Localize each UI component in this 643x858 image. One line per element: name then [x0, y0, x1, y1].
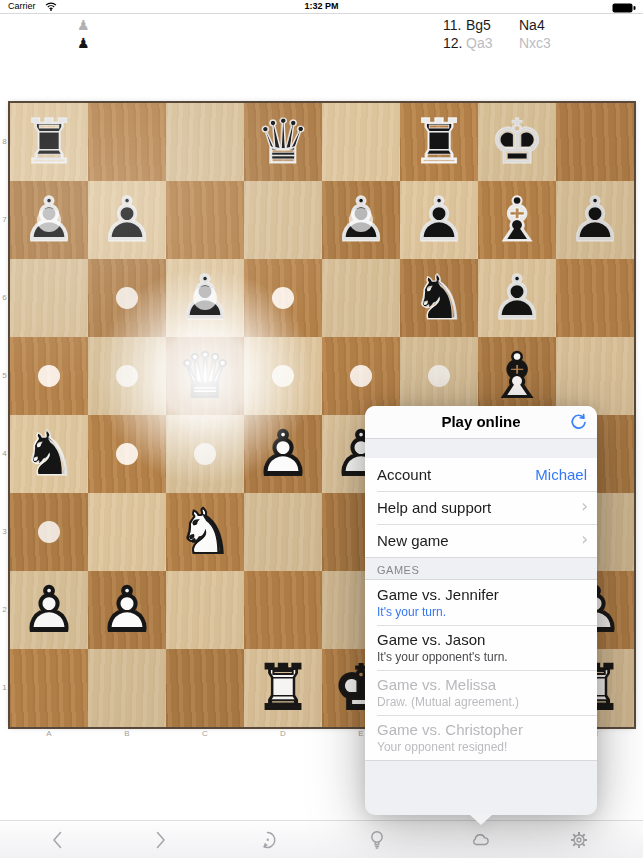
game-status: It's your turn. [377, 605, 446, 619]
rank-label-2: 2 [0, 605, 9, 614]
forward-button[interactable] [149, 829, 171, 851]
rank-label-1: 1 [0, 683, 9, 692]
square-d5[interactable] [244, 337, 322, 415]
legal-move-dot[interactable] [38, 521, 60, 543]
game-status: Your opponent resigned! [377, 740, 507, 754]
legal-move-dot[interactable] [116, 443, 138, 465]
move-row[interactable]: ♟12.Qa3Nxc3 [0, 35, 643, 52]
move-row[interactable]: ♟11.Bg5Na4 [0, 17, 643, 34]
hint-lightbulb-icon[interactable] [366, 829, 388, 851]
white-knight-c3[interactable]: ♞♘ [166, 493, 244, 571]
square-b8[interactable] [88, 103, 166, 181]
white-queen-c5[interactable]: ♛♕ [166, 337, 244, 415]
square-b6[interactable] [88, 259, 166, 337]
square-h6[interactable] [556, 259, 634, 337]
game-status: It's your opponent's turn. [377, 650, 508, 664]
square-d6[interactable] [244, 259, 322, 337]
legal-move-dot[interactable] [272, 365, 294, 387]
black-move: Nxc3 [519, 35, 551, 52]
black-pawn-b7[interactable]: ♟♙ [88, 181, 166, 259]
legal-move-dot[interactable] [428, 365, 450, 387]
black-pawn-g6[interactable]: ♟♙ [478, 259, 556, 337]
capture-target-dot[interactable] [37, 208, 61, 232]
menu-item-label: Account [377, 458, 431, 491]
move-number: 11. [443, 17, 461, 34]
legal-move-dot[interactable] [272, 287, 294, 309]
rank-label-5: 5 [0, 371, 9, 380]
chess-app-screen: { "status_bar": {"carrier": "Carrier", "… [0, 0, 643, 858]
popover-title: Play online [365, 406, 597, 438]
rank-label-7: 7 [0, 215, 9, 224]
move-list: ♟11.Bg5Na4♟12.Qa3Nxc3 [0, 14, 643, 102]
account-value[interactable]: Michael [535, 458, 587, 491]
square-h8[interactable] [556, 103, 634, 181]
popover-arrow [469, 814, 493, 825]
square-a1[interactable] [10, 649, 88, 727]
square-c8[interactable] [166, 103, 244, 181]
square-f6[interactable]: ♞♘ [400, 259, 478, 337]
white-pawn-b2[interactable]: ♟♙ [88, 571, 166, 649]
square-f7[interactable]: ♟♙ [400, 181, 478, 259]
white-pawn-d4[interactable]: ♟♙ [244, 415, 322, 493]
file-label-B: B [88, 729, 166, 738]
capture-target-dot[interactable] [349, 208, 373, 232]
black-pawn-h7[interactable]: ♟♙ [556, 181, 634, 259]
legal-move-dot[interactable] [38, 365, 60, 387]
square-b2[interactable]: ♟♙ [88, 571, 166, 649]
square-d4[interactable]: ♟♙ [244, 415, 322, 493]
popover-gap [365, 439, 597, 458]
game-status: Draw. (Mutual agreement.) [377, 695, 519, 709]
clock: 1:32 PM [0, 1, 643, 11]
square-b1[interactable] [88, 649, 166, 727]
battery-icon [612, 3, 636, 13]
file-label-C: C [166, 729, 244, 738]
black-knight-a4[interactable]: ♞♘ [10, 415, 88, 493]
square-a4[interactable]: ♞♘ [10, 415, 88, 493]
black-rook-a8[interactable]: ♜♖ [10, 103, 88, 181]
rank-label-8: 8 [0, 137, 9, 146]
game-title: Game vs. Melissa [377, 676, 496, 693]
white-pawn-a2[interactable]: ♟♙ [10, 571, 88, 649]
square-a7[interactable]: ♟♙ [10, 181, 88, 259]
square-c4[interactable] [166, 415, 244, 493]
captured-pawn-black-icon: ♟ [77, 35, 90, 52]
menu-item-new-game[interactable]: New game› [365, 524, 597, 557]
square-d8[interactable]: ♛♕ [244, 103, 322, 181]
square-b5[interactable] [88, 337, 166, 415]
square-f5[interactable] [400, 337, 478, 415]
black-knight-f6[interactable]: ♞♘ [400, 259, 478, 337]
game-row-game-vs-melissa[interactable]: Game vs. MelissaDraw. (Mutual agreement.… [365, 670, 597, 715]
black-move: Na4 [519, 17, 545, 34]
game-title: Game vs. Christopher [377, 721, 523, 738]
bottom-toolbar [0, 820, 643, 858]
games-section-header: GAMES [365, 558, 597, 579]
square-d1[interactable]: ♜♖ [244, 649, 322, 727]
menu-item-label: New game [377, 524, 449, 557]
square-e5[interactable] [322, 337, 400, 415]
status-bar: Carrier 1:32 PM [0, 0, 643, 14]
square-c3[interactable]: ♞♘ [166, 493, 244, 571]
square-c2[interactable] [166, 571, 244, 649]
takeback-icon[interactable] [257, 829, 279, 851]
back-button[interactable] [47, 829, 69, 851]
move-number: 12. [443, 35, 462, 52]
square-h7[interactable]: ♟♙ [556, 181, 634, 259]
square-a3[interactable] [10, 493, 88, 571]
square-d7[interactable] [244, 181, 322, 259]
square-e6[interactable] [322, 259, 400, 337]
square-d3[interactable] [244, 493, 322, 571]
menu-item-help-and-support[interactable]: Help and support› [365, 491, 597, 524]
black-bishop-g7[interactable]: ♝♗ [478, 181, 556, 259]
white-rook-d1[interactable]: ♜♖ [244, 649, 322, 727]
black-rook-f8[interactable]: ♜♖ [400, 103, 478, 181]
square-a8[interactable]: ♜♖ [10, 103, 88, 181]
chevron-right-icon: › [581, 524, 588, 555]
file-label-A: A [10, 729, 88, 738]
popover-header: Play online [365, 406, 597, 439]
refresh-icon[interactable] [569, 413, 588, 432]
square-c7[interactable] [166, 181, 244, 259]
play-online-cloud-icon[interactable] [470, 829, 492, 851]
black-queen-d8[interactable]: ♛♕ [244, 103, 322, 181]
games-list: Game vs. JenniferIt's your turn.Game vs.… [365, 579, 597, 761]
square-b3[interactable] [88, 493, 166, 571]
square-g7[interactable]: ♝♗ [478, 181, 556, 259]
games-section-label: GAMES [377, 564, 419, 576]
square-c1[interactable] [166, 649, 244, 727]
legal-move-dot[interactable] [350, 365, 372, 387]
white-bishop-g5[interactable]: ♝♗ [478, 337, 556, 415]
square-b4[interactable] [88, 415, 166, 493]
square-f8[interactable]: ♜♖ [400, 103, 478, 181]
game-row-game-vs-christopher[interactable]: Game vs. ChristopherYour opponent resign… [365, 715, 597, 760]
square-g8[interactable]: ♚♔ [478, 103, 556, 181]
legal-move-dot[interactable] [116, 365, 138, 387]
menu-item-account[interactable]: AccountMichael [365, 458, 597, 491]
square-a2[interactable]: ♟♙ [10, 571, 88, 649]
square-a6[interactable] [10, 259, 88, 337]
square-e7[interactable]: ♟♙ [322, 181, 400, 259]
chevron-right-icon: › [581, 491, 588, 522]
rank-label-4: 4 [0, 449, 9, 458]
game-row-game-vs-jason[interactable]: Game vs. JasonIt's your opponent's turn. [365, 625, 597, 670]
rank-label-6: 6 [0, 293, 9, 302]
square-g5[interactable]: ♝♗ [478, 337, 556, 415]
square-d2[interactable] [244, 571, 322, 649]
square-e8[interactable] [322, 103, 400, 181]
square-a5[interactable] [10, 337, 88, 415]
square-h5[interactable] [556, 337, 634, 415]
popover-panel: Play online AccountMichaelHelp and suppo… [365, 406, 597, 815]
captured-pawn-white-icon: ♟ [77, 17, 90, 34]
settings-gear-icon[interactable] [568, 829, 590, 851]
game-row-game-vs-jennifer[interactable]: Game vs. JenniferIt's your turn. [365, 580, 597, 625]
white-move: Bg5 [466, 17, 491, 34]
legal-move-dot[interactable] [194, 443, 216, 465]
square-c5[interactable]: ♛♕ [166, 337, 244, 415]
black-pawn-f7[interactable]: ♟♙ [400, 181, 478, 259]
game-title: Game vs. Jennifer [377, 586, 499, 603]
rank-label-3: 3 [0, 527, 9, 536]
menu-item-label: Help and support [377, 491, 491, 524]
white-move: Qa3 [466, 35, 492, 52]
square-c6[interactable]: ♟♙ [166, 259, 244, 337]
black-king-g8[interactable]: ♚♔ [478, 103, 556, 181]
game-title: Game vs. Jason [377, 631, 485, 648]
popover-menu: AccountMichaelHelp and support›New game› [365, 458, 597, 558]
legal-move-dot[interactable] [116, 287, 138, 309]
square-b7[interactable]: ♟♙ [88, 181, 166, 259]
capture-target-dot[interactable] [193, 286, 217, 310]
square-g6[interactable]: ♟♙ [478, 259, 556, 337]
file-label-D: D [244, 729, 322, 738]
